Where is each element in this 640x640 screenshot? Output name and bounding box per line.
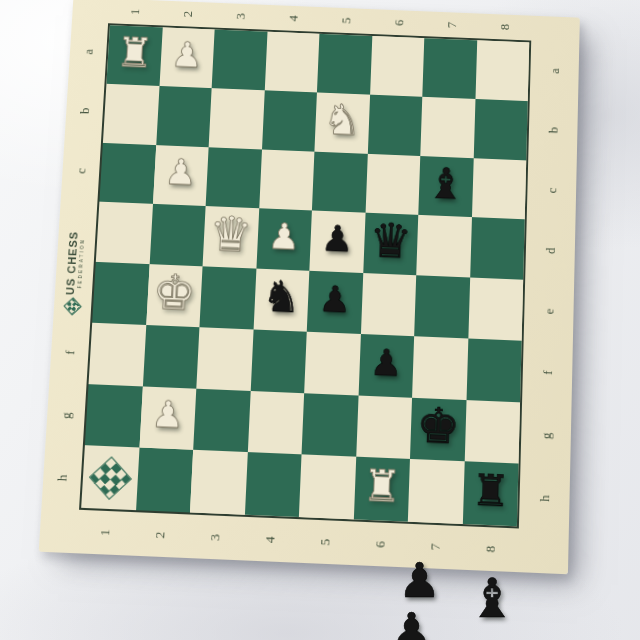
black-queen[interactable]: ♛ [368, 217, 413, 266]
square-d1[interactable] [96, 202, 153, 264]
square-h5[interactable] [299, 455, 356, 520]
file-label-e: e [518, 286, 581, 338]
black-rook[interactable]: ♜ [471, 469, 510, 514]
square-e7[interactable] [414, 275, 470, 338]
white-knight[interactable]: ♞ [322, 99, 362, 142]
square-f4[interactable] [250, 329, 307, 393]
square-g2[interactable]: ♟ [139, 386, 196, 450]
square-c4[interactable] [259, 149, 315, 211]
square-h7[interactable] [408, 459, 464, 524]
rank-labels-bottom: 12345678 [76, 510, 518, 572]
file-label-d: d [519, 225, 581, 276]
captured-black-pawn: ♟ [390, 607, 433, 640]
square-d7[interactable] [416, 215, 471, 277]
square-a2[interactable]: ♟ [159, 27, 215, 88]
square-b4[interactable] [262, 90, 317, 151]
black-bishop[interactable]: ♝ [426, 162, 466, 206]
square-g3[interactable] [193, 388, 250, 452]
square-a8[interactable] [475, 40, 529, 101]
file-label-a: a [524, 46, 585, 96]
square-a4[interactable] [264, 32, 319, 93]
square-f8[interactable] [466, 338, 522, 402]
square-d6[interactable]: ♛ [363, 213, 418, 275]
vinyl-mat-wrapper: 12345678 US CHESS FEDERATION abcfgh ♜♟♞♟… [39, 0, 580, 574]
square-a5[interactable] [317, 34, 372, 95]
square-g4[interactable] [247, 390, 304, 454]
square-h3[interactable] [190, 450, 247, 515]
black-pawn[interactable]: ♟ [318, 281, 352, 318]
square-e6[interactable] [360, 273, 416, 336]
file-label-h: h [513, 471, 576, 524]
square-c8[interactable] [471, 158, 526, 220]
white-rook[interactable]: ♜ [115, 32, 154, 74]
square-c3[interactable] [206, 147, 262, 209]
white-king[interactable]: ♚ [152, 268, 198, 318]
rank-label-7: 7 [413, 518, 458, 576]
square-b3[interactable] [209, 88, 265, 149]
white-queen[interactable]: ♛ [208, 210, 253, 259]
white-pawn[interactable]: ♟ [151, 396, 186, 434]
square-g5[interactable] [302, 393, 359, 457]
black-knight[interactable]: ♞ [261, 275, 301, 320]
square-f2[interactable] [142, 325, 199, 388]
white-pawn[interactable]: ♟ [170, 37, 204, 73]
us-chess-diamond-logo [89, 456, 132, 500]
square-f6[interactable]: ♟ [358, 334, 414, 398]
square-e2[interactable]: ♚ [146, 264, 203, 327]
square-c2[interactable]: ♟ [152, 145, 208, 207]
square-h8[interactable]: ♜ [462, 461, 518, 526]
square-b1[interactable] [103, 84, 159, 145]
black-king[interactable]: ♚ [416, 401, 461, 452]
square-g7[interactable]: ♚ [410, 397, 466, 461]
vinyl-chess-mat: 12345678 US CHESS FEDERATION abcfgh ♜♟♞♟… [39, 0, 580, 574]
file-label-b: b [522, 105, 584, 155]
file-label-g: g [514, 409, 577, 462]
square-b5[interactable]: ♞ [314, 92, 369, 153]
square-h4[interactable] [244, 452, 301, 517]
square-f1[interactable] [89, 322, 146, 385]
square-a7[interactable] [422, 38, 476, 99]
square-b6[interactable] [367, 94, 422, 155]
square-b8[interactable] [473, 99, 527, 160]
square-c6[interactable] [365, 153, 420, 215]
file-label-f: f [516, 347, 579, 399]
square-f5[interactable] [304, 331, 360, 395]
square-d2[interactable] [149, 204, 205, 266]
square-h6[interactable]: ♜ [353, 457, 410, 522]
tablecloth: 12345678 US CHESS FEDERATION abcfgh ♜♟♞♟… [0, 0, 640, 640]
black-pawn[interactable]: ♟ [369, 344, 403, 382]
square-b2[interactable] [156, 86, 212, 147]
rank-label-6: 6 [358, 516, 403, 574]
white-rook[interactable]: ♜ [362, 464, 402, 509]
square-f3[interactable] [196, 327, 253, 390]
file-label-c: c [521, 165, 583, 216]
square-g8[interactable] [464, 400, 520, 464]
rank-label-5: 5 [303, 513, 348, 571]
square-c1[interactable] [99, 142, 155, 204]
white-pawn[interactable]: ♟ [267, 219, 301, 256]
rank-label-2: 2 [137, 506, 183, 564]
square-d3[interactable]: ♛ [203, 206, 259, 268]
black-pawn[interactable]: ♟ [321, 221, 355, 258]
square-e1[interactable] [92, 262, 149, 325]
square-e5[interactable]: ♟ [307, 271, 363, 334]
rank-label-4: 4 [248, 511, 293, 569]
square-g6[interactable] [356, 395, 412, 459]
square-d4[interactable]: ♟ [256, 208, 312, 270]
square-a6[interactable] [370, 36, 425, 97]
square-h1[interactable] [81, 445, 139, 510]
white-pawn[interactable]: ♟ [164, 155, 198, 192]
square-e3[interactable] [199, 266, 255, 329]
file-labels-right: abcdefgh [519, 41, 579, 531]
square-g1[interactable] [85, 384, 143, 448]
square-h2[interactable] [136, 448, 194, 513]
square-b7[interactable] [420, 97, 475, 158]
square-d8[interactable] [470, 217, 525, 279]
rank-label-8: 8 [468, 520, 512, 578]
rank-label-3: 3 [192, 509, 238, 567]
square-e4[interactable]: ♞ [253, 269, 309, 332]
square-f7[interactable] [412, 336, 468, 400]
square-c7[interactable]: ♝ [418, 156, 473, 218]
square-a3[interactable] [212, 30, 267, 91]
rank-label-1: 1 [82, 504, 128, 562]
square-c5[interactable] [312, 151, 367, 213]
captured-black-bishop: ♝ [468, 571, 516, 625]
square-e8[interactable] [468, 277, 523, 340]
square-a1[interactable]: ♜ [106, 25, 162, 85]
square-d5[interactable]: ♟ [309, 211, 365, 273]
chess-board: ♜♟♞♟♝♛♟♟♛♚♞♟♟♟♚♜♜ [79, 23, 531, 528]
